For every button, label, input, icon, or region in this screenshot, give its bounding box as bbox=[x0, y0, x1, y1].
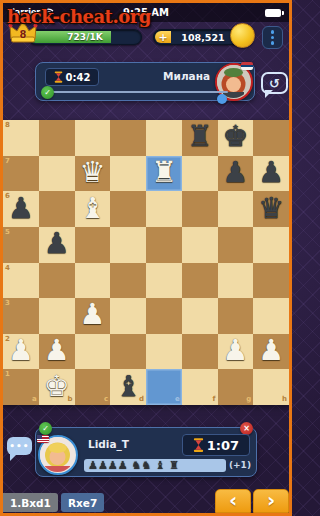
battery-icon bbox=[265, 9, 281, 17]
square-c6[interactable]: ♝ bbox=[75, 191, 111, 227]
square-f1[interactable]: f bbox=[182, 369, 218, 405]
next-move-button[interactable]: › bbox=[253, 489, 289, 513]
history-clock-icon: ↺ bbox=[269, 76, 280, 91]
white-pawn: ♟ bbox=[258, 336, 284, 365]
opponent-progress-line bbox=[52, 91, 228, 93]
square-e8[interactable] bbox=[146, 120, 182, 156]
square-g1[interactable]: g bbox=[218, 369, 254, 405]
square-c7[interactable]: ♛ bbox=[75, 156, 111, 192]
square-b2[interactable]: ♟ bbox=[39, 334, 75, 370]
square-c5[interactable] bbox=[75, 227, 111, 263]
square-e1[interactable]: e bbox=[146, 369, 182, 405]
chat-button[interactable]: ••• bbox=[7, 437, 32, 455]
square-c4[interactable] bbox=[75, 263, 111, 299]
square-c3[interactable]: ♟ bbox=[75, 298, 111, 334]
black-pawn: ♟ bbox=[8, 194, 34, 223]
watermark: hack-cheat.org bbox=[7, 6, 151, 27]
usa-flag-icon bbox=[37, 435, 49, 443]
square-b8[interactable] bbox=[39, 120, 75, 156]
square-f3[interactable] bbox=[182, 298, 218, 334]
menu-button[interactable] bbox=[262, 26, 283, 49]
square-g8[interactable]: ♚ bbox=[218, 120, 254, 156]
square-d4[interactable] bbox=[110, 263, 146, 299]
captured-black-knight: ♞ bbox=[132, 460, 142, 471]
opponent-progress-dot bbox=[217, 94, 227, 104]
material-advantage: (+1) bbox=[229, 460, 251, 470]
square-f2[interactable] bbox=[182, 334, 218, 370]
black-pawn: ♟ bbox=[222, 158, 248, 187]
move-black-bxd1[interactable]: 1.Bxd1 bbox=[3, 493, 58, 512]
captured-black-pawn: ♟ bbox=[98, 460, 108, 471]
captured-black-pawn: ♟ bbox=[118, 460, 128, 471]
move-list: 1.Bxd1 Rxe7 bbox=[3, 493, 104, 512]
square-h3[interactable] bbox=[253, 298, 289, 334]
square-a7[interactable]: 7 bbox=[3, 156, 39, 192]
square-g3[interactable] bbox=[218, 298, 254, 334]
square-d2[interactable] bbox=[110, 334, 146, 370]
player-clock-chip: 1:07 bbox=[182, 434, 250, 456]
square-a6[interactable]: 6♟ bbox=[3, 191, 39, 227]
square-h8[interactable] bbox=[253, 120, 289, 156]
captured-black-bishop: ♝ bbox=[155, 460, 165, 471]
black-pawn: ♟ bbox=[44, 229, 70, 258]
captured-row: ♟♟♟♟♞♞♝♜ (+1) bbox=[84, 458, 251, 472]
square-a5[interactable]: 5 bbox=[3, 227, 39, 263]
square-d6[interactable] bbox=[110, 191, 146, 227]
square-f6[interactable] bbox=[182, 191, 218, 227]
square-g5[interactable] bbox=[218, 227, 254, 263]
chat-dots-icon: ••• bbox=[9, 441, 29, 451]
square-e7[interactable]: ♜ bbox=[146, 156, 182, 192]
level-number: 8 bbox=[8, 29, 38, 40]
square-d7[interactable] bbox=[110, 156, 146, 192]
square-b3[interactable] bbox=[39, 298, 75, 334]
square-h2[interactable]: ♟ bbox=[253, 334, 289, 370]
level-progress-bar: 723/1K bbox=[28, 29, 142, 45]
square-b1[interactable]: b♚ bbox=[39, 369, 75, 405]
add-coins-button[interactable]: + bbox=[155, 31, 171, 43]
square-h1[interactable]: h bbox=[253, 369, 289, 405]
move-white-rxe7[interactable]: Rxe7 bbox=[61, 493, 104, 512]
square-d3[interactable] bbox=[110, 298, 146, 334]
black-bishop: ♝ bbox=[115, 372, 141, 401]
square-a2[interactable]: 2♟ bbox=[3, 334, 39, 370]
square-c1[interactable]: c bbox=[75, 369, 111, 405]
player-panel: ✓ × Lidia_T 1:07 ♟♟♟♟♞♞♝♜ (+1) bbox=[35, 427, 257, 477]
square-b6[interactable] bbox=[39, 191, 75, 227]
square-h6[interactable]: ♛ bbox=[253, 191, 289, 227]
captured-black-rook: ♜ bbox=[169, 460, 179, 471]
move-history-button[interactable]: ↺ bbox=[261, 72, 288, 94]
opponent-name: Милана bbox=[163, 70, 210, 82]
square-e3[interactable] bbox=[146, 298, 182, 334]
black-pawn: ♟ bbox=[258, 158, 284, 187]
white-bishop: ♝ bbox=[79, 194, 105, 223]
coins-amount: 108,521 bbox=[172, 30, 234, 44]
white-pawn: ♟ bbox=[8, 336, 34, 365]
square-f5[interactable] bbox=[182, 227, 218, 263]
coin-icon bbox=[230, 23, 255, 48]
player-clock: 1:07 bbox=[207, 438, 239, 453]
square-g2[interactable]: ♟ bbox=[218, 334, 254, 370]
square-e5[interactable] bbox=[146, 227, 182, 263]
black-king: ♚ bbox=[222, 122, 248, 151]
square-b5[interactable]: ♟ bbox=[39, 227, 75, 263]
white-pawn: ♟ bbox=[44, 336, 70, 365]
player-avatar[interactable] bbox=[38, 435, 78, 475]
player-connected-check-icon: ✓ bbox=[39, 422, 52, 435]
chess-app-screen: { "watermark": "hack-cheat.org", "status… bbox=[0, 0, 292, 516]
opponent-clock-chip: 0:42 bbox=[45, 68, 99, 86]
white-pawn: ♟ bbox=[222, 336, 248, 365]
serbia-flag-icon bbox=[241, 62, 253, 70]
white-queen: ♛ bbox=[79, 158, 105, 187]
player-name: Lidia_T bbox=[88, 438, 129, 450]
square-d1[interactable]: d♝ bbox=[110, 369, 146, 405]
square-f4[interactable] bbox=[182, 263, 218, 299]
square-h5[interactable] bbox=[253, 227, 289, 263]
white-king: ♚ bbox=[44, 372, 70, 401]
opponent-panel: 0:42 Милана ✓ bbox=[35, 62, 255, 101]
black-rook: ♜ bbox=[187, 122, 213, 151]
square-d8[interactable] bbox=[110, 120, 146, 156]
square-a8[interactable]: 8 bbox=[3, 120, 39, 156]
square-g6[interactable] bbox=[218, 191, 254, 227]
captured-black-pawn: ♟ bbox=[88, 460, 98, 471]
opponent-clock: 0:42 bbox=[66, 72, 91, 83]
square-a3[interactable]: 3 bbox=[3, 298, 39, 334]
chess-board: 8♜♚7♛♜♟♟6♟♝♛5♟43♟2♟♟♟♟1ab♚cd♝efgh bbox=[3, 120, 289, 405]
square-f7[interactable] bbox=[182, 156, 218, 192]
captured-black-knight: ♞ bbox=[141, 460, 151, 471]
black-queen: ♛ bbox=[258, 194, 284, 223]
move-navigation: ‹ › bbox=[215, 489, 289, 513]
square-b7[interactable] bbox=[39, 156, 75, 192]
square-a4[interactable]: 4 bbox=[3, 263, 39, 299]
square-h7[interactable]: ♟ bbox=[253, 156, 289, 192]
white-rook: ♜ bbox=[151, 158, 177, 187]
previous-move-button[interactable]: ‹ bbox=[215, 489, 251, 513]
square-c8[interactable] bbox=[75, 120, 111, 156]
square-a1[interactable]: 1a bbox=[3, 369, 39, 405]
square-b4[interactable] bbox=[39, 263, 75, 299]
hourglass-icon bbox=[193, 438, 204, 452]
square-d5[interactable] bbox=[110, 227, 146, 263]
square-e6[interactable] bbox=[146, 191, 182, 227]
hourglass-icon bbox=[54, 71, 63, 83]
square-g4[interactable] bbox=[218, 263, 254, 299]
square-g7[interactable]: ♟ bbox=[218, 156, 254, 192]
square-e2[interactable] bbox=[146, 334, 182, 370]
white-pawn: ♟ bbox=[79, 300, 105, 329]
captured-black-pawn: ♟ bbox=[108, 460, 118, 471]
square-h4[interactable] bbox=[253, 263, 289, 299]
opponent-connected-check-icon: ✓ bbox=[41, 86, 54, 99]
square-f8[interactable]: ♜ bbox=[182, 120, 218, 156]
square-c2[interactable] bbox=[75, 334, 111, 370]
square-e4[interactable] bbox=[146, 263, 182, 299]
captured-pieces: ♟♟♟♟♞♞♝♜ bbox=[84, 459, 226, 472]
level-progress-label: 723/1K bbox=[29, 30, 141, 44]
